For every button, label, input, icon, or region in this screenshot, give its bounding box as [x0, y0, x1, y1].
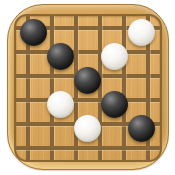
- black-stone: [128, 115, 155, 142]
- white-stone: [101, 43, 128, 70]
- black-stone: [101, 91, 128, 118]
- go-board: [14, 14, 162, 162]
- white-stone: [74, 115, 101, 142]
- screenshot-canvas: [0, 0, 175, 175]
- board-stones: [16, 16, 160, 160]
- black-stone: [20, 19, 47, 46]
- white-stone: [47, 91, 74, 118]
- gomoku-app-icon[interactable]: [7, 4, 169, 170]
- white-stone: [128, 19, 155, 46]
- black-stone: [74, 67, 101, 94]
- black-stone: [47, 43, 74, 70]
